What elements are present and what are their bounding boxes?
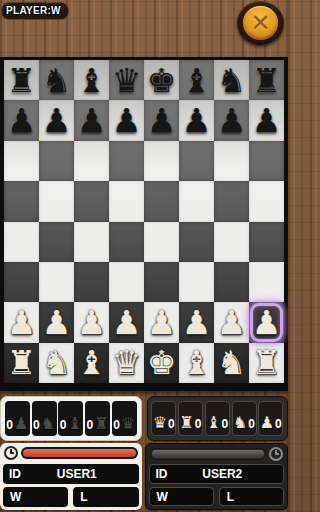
piece-black-pawn: ♟ <box>77 104 107 137</box>
square-e3[interactable] <box>144 262 179 302</box>
square-e6[interactable] <box>144 141 179 181</box>
square-f6[interactable] <box>179 141 214 181</box>
player-panels: ID USER1 W L ID USER2 W <box>0 443 288 510</box>
wins-label: W <box>10 490 21 504</box>
losses-label: L <box>227 490 234 504</box>
clock-icon <box>4 446 18 460</box>
square-e2[interactable]: ♟ <box>144 302 179 342</box>
piece-black-queen: ♛ <box>112 64 142 97</box>
captured-count: 0 <box>86 418 93 432</box>
captured-black-bishop-counter: 0♝ <box>58 401 83 436</box>
id-row-user1: ID USER1 <box>3 464 139 485</box>
close-button-face: ✕ <box>243 6 278 40</box>
square-d6[interactable] <box>109 141 144 181</box>
piece-white-rook: ♜ <box>252 346 282 379</box>
timer-bar-user2 <box>150 448 267 460</box>
captured-white-tray: ♛0♜0♝0♞0♟0 <box>147 396 289 441</box>
piece-black-pawn: ♟ <box>7 104 37 137</box>
square-c1[interactable]: ♝ <box>74 343 109 383</box>
square-c7[interactable]: ♟ <box>74 100 109 140</box>
square-a5[interactable] <box>4 181 39 221</box>
captured-black-rook-counter: 0♜ <box>85 401 110 436</box>
captured-count: 0 <box>275 417 282 431</box>
wins-bar-user2: W <box>149 487 214 506</box>
wl-row-user1: W L <box>3 487 139 507</box>
piece-black-pawn: ♟ <box>42 104 72 137</box>
white-knight-icon: ♞ <box>233 415 247 431</box>
captured-white-knight-counter: ♞0 <box>232 401 257 436</box>
captured-white-bishop-counter: ♝0 <box>205 401 230 436</box>
square-d8[interactable]: ♛ <box>109 60 144 100</box>
square-e4[interactable] <box>144 222 179 262</box>
close-icon: ✕ <box>250 11 270 35</box>
timer-row-user2 <box>149 447 285 461</box>
square-e7[interactable]: ♟ <box>144 100 179 140</box>
square-b7[interactable]: ♟ <box>39 100 74 140</box>
piece-white-bishop: ♝ <box>77 346 107 379</box>
white-queen-icon: ♛ <box>153 415 167 431</box>
player-name-user1: USER1 <box>21 467 133 481</box>
captured-black-pawn-counter: 0♟ <box>5 401 30 436</box>
square-f8[interactable]: ♝ <box>179 60 214 100</box>
square-h6[interactable] <box>249 141 284 181</box>
id-row-user2: ID USER2 <box>149 464 285 484</box>
square-e5[interactable] <box>144 181 179 221</box>
app-screen: { "game": "chess", "position": { "fen": … <box>0 0 288 512</box>
square-f1[interactable]: ♝ <box>179 343 214 383</box>
captured-count: 0 <box>33 418 40 432</box>
piece-white-rook: ♜ <box>7 346 37 379</box>
square-b3[interactable] <box>39 262 74 302</box>
square-c2[interactable]: ♟ <box>74 302 109 342</box>
piece-white-pawn: ♟ <box>42 306 72 339</box>
square-h4[interactable] <box>249 222 284 262</box>
square-c3[interactable] <box>74 262 109 302</box>
piece-black-pawn: ♟ <box>182 104 212 137</box>
captured-black-knight-counter: 0♞ <box>32 401 57 436</box>
captured-black-tray: 0♟0♞0♝0♜0♛ <box>0 396 142 441</box>
square-d4[interactable] <box>109 222 144 262</box>
square-a1[interactable]: ♜ <box>4 343 39 383</box>
black-queen-icon: ♛ <box>121 416 135 432</box>
piece-black-pawn: ♟ <box>252 104 282 137</box>
square-f4[interactable] <box>179 222 214 262</box>
square-b5[interactable] <box>39 181 74 221</box>
captured-count: 0 <box>6 418 13 432</box>
captured-count: 0 <box>113 418 120 432</box>
white-rook-icon: ♜ <box>179 415 193 431</box>
square-a3[interactable] <box>4 262 39 302</box>
piece-white-pawn: ♟ <box>147 306 177 339</box>
player-panel-user1: ID USER1 W L <box>0 443 142 510</box>
captured-trays: 0♟0♞0♝0♜0♛ ♛0♜0♝0♞0♟0 <box>0 396 288 441</box>
piece-white-king: ♚ <box>147 346 177 379</box>
black-knight-icon: ♞ <box>41 416 55 432</box>
square-h5[interactable] <box>249 181 284 221</box>
square-a6[interactable] <box>4 141 39 181</box>
timer-bar-user1 <box>21 447 138 459</box>
player-panel-user2: ID USER2 W L <box>145 443 289 510</box>
captured-white-queen-counter: ♛0 <box>151 401 176 436</box>
piece-black-knight: ♞ <box>217 64 247 97</box>
square-c5[interactable] <box>74 181 109 221</box>
square-h3[interactable] <box>249 262 284 302</box>
square-b2[interactable]: ♟ <box>39 302 74 342</box>
piece-white-pawn: ♟ <box>252 306 282 339</box>
square-h2[interactable]: ♟ <box>249 302 284 342</box>
captured-black-queen-counter: 0♛ <box>112 401 137 436</box>
square-e8[interactable]: ♚ <box>144 60 179 100</box>
losses-bar-user2: L <box>219 487 284 506</box>
square-g1[interactable]: ♞ <box>214 343 249 383</box>
id-label: ID <box>156 467 168 481</box>
black-pawn-icon: ♟ <box>14 416 28 432</box>
piece-white-queen: ♛ <box>112 346 142 379</box>
piece-white-bishop: ♝ <box>182 346 212 379</box>
square-g3[interactable] <box>214 262 249 302</box>
square-d2[interactable]: ♟ <box>109 302 144 342</box>
square-a8[interactable]: ♜ <box>4 60 39 100</box>
clock-icon <box>269 447 283 461</box>
square-g4[interactable] <box>214 222 249 262</box>
square-d1[interactable]: ♛ <box>109 343 144 383</box>
player-name-user2: USER2 <box>168 467 278 481</box>
captured-count: 0 <box>222 417 229 431</box>
square-f3[interactable] <box>179 262 214 302</box>
square-b6[interactable] <box>39 141 74 181</box>
square-a2[interactable]: ♟ <box>4 302 39 342</box>
square-c4[interactable] <box>74 222 109 262</box>
square-g8[interactable]: ♞ <box>214 60 249 100</box>
square-d3[interactable] <box>109 262 144 302</box>
square-b4[interactable] <box>39 222 74 262</box>
captured-count: 0 <box>195 417 202 431</box>
piece-black-pawn: ♟ <box>217 104 247 137</box>
timer-fill-user2 <box>152 450 265 458</box>
wl-row-user2: W L <box>149 487 285 506</box>
timer-fill-user1 <box>23 449 136 457</box>
black-rook-icon: ♜ <box>94 416 108 432</box>
piece-white-knight: ♞ <box>42 346 72 379</box>
player-turn-label: PLAYER:W <box>1 2 69 20</box>
square-c8[interactable]: ♝ <box>74 60 109 100</box>
square-a7[interactable]: ♟ <box>4 100 39 140</box>
losses-label: L <box>80 490 87 504</box>
piece-black-pawn: ♟ <box>112 104 142 137</box>
piece-white-pawn: ♟ <box>77 306 107 339</box>
square-b8[interactable]: ♞ <box>39 60 74 100</box>
piece-black-bishop: ♝ <box>182 64 212 97</box>
captured-count: 0 <box>168 417 175 431</box>
square-d7[interactable]: ♟ <box>109 100 144 140</box>
timer-row-user1 <box>3 446 139 461</box>
captured-white-rook-counter: ♜0 <box>178 401 203 436</box>
board-frame: ♜♞♝♛♚♝♞♜♟♟♟♟♟♟♟♟♟♟♟♟♟♟♟♟♜♞♝♛♚♝♞♜ <box>0 57 288 391</box>
piece-black-knight: ♞ <box>42 64 72 97</box>
square-h8[interactable]: ♜ <box>249 60 284 100</box>
piece-black-rook: ♜ <box>252 64 282 97</box>
white-bishop-icon: ♝ <box>206 415 220 431</box>
piece-black-king: ♚ <box>147 64 177 97</box>
square-c6[interactable] <box>74 141 109 181</box>
wins-bar-user1: W <box>3 487 68 507</box>
chess-board: ♜♞♝♛♚♝♞♜♟♟♟♟♟♟♟♟♟♟♟♟♟♟♟♟♜♞♝♛♚♝♞♜ <box>4 60 284 383</box>
captured-count: 0 <box>60 418 67 432</box>
piece-white-pawn: ♟ <box>217 306 247 339</box>
square-f7[interactable]: ♟ <box>179 100 214 140</box>
piece-black-pawn: ♟ <box>147 104 177 137</box>
piece-black-bishop: ♝ <box>77 64 107 97</box>
losses-bar-user1: L <box>73 487 138 507</box>
square-g2[interactable]: ♟ <box>214 302 249 342</box>
square-f5[interactable] <box>179 181 214 221</box>
square-g6[interactable] <box>214 141 249 181</box>
black-bishop-icon: ♝ <box>67 416 81 432</box>
square-h1[interactable]: ♜ <box>249 343 284 383</box>
white-pawn-icon: ♟ <box>260 415 274 431</box>
square-f2[interactable]: ♟ <box>179 302 214 342</box>
piece-white-pawn: ♟ <box>7 306 37 339</box>
square-a4[interactable] <box>4 222 39 262</box>
piece-white-pawn: ♟ <box>112 306 142 339</box>
close-button[interactable]: ✕ <box>237 1 284 45</box>
captured-white-pawn-counter: ♟0 <box>258 401 283 436</box>
wins-label: W <box>157 490 168 504</box>
square-h7[interactable]: ♟ <box>249 100 284 140</box>
captured-count: 0 <box>248 417 255 431</box>
square-e1[interactable]: ♚ <box>144 343 179 383</box>
square-b1[interactable]: ♞ <box>39 343 74 383</box>
square-g5[interactable] <box>214 181 249 221</box>
piece-white-knight: ♞ <box>217 346 247 379</box>
id-label: ID <box>9 467 21 481</box>
top-bar: PLAYER:W ✕ <box>0 0 288 57</box>
piece-black-rook: ♜ <box>7 64 37 97</box>
square-g7[interactable]: ♟ <box>214 100 249 140</box>
piece-white-pawn: ♟ <box>182 306 212 339</box>
square-d5[interactable] <box>109 181 144 221</box>
